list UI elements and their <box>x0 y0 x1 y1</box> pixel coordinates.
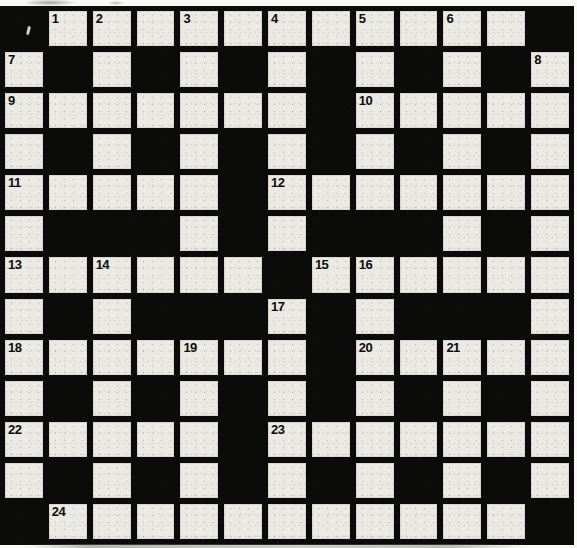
black-cell <box>49 134 87 169</box>
black-cell <box>224 134 262 169</box>
black-cell <box>531 504 569 539</box>
black-cell <box>400 134 438 169</box>
black-cell <box>312 134 350 169</box>
white-cell[interactable]: 11 <box>5 175 43 210</box>
white-cell[interactable] <box>93 93 131 128</box>
white-cell[interactable] <box>400 11 438 46</box>
black-cell <box>312 340 350 375</box>
white-cell[interactable]: 21 <box>443 340 481 375</box>
clue-number: 11 <box>8 176 21 190</box>
white-cell[interactable] <box>356 175 394 210</box>
white-cell[interactable] <box>224 340 262 375</box>
scan-scratch <box>26 26 31 35</box>
black-cell <box>224 216 262 251</box>
white-cell[interactable] <box>180 134 218 169</box>
white-cell[interactable]: 1 <box>49 11 87 46</box>
white-cell[interactable] <box>268 504 306 539</box>
black-cell <box>487 134 525 169</box>
clue-number: 3 <box>183 12 190 26</box>
white-cell[interactable]: 4 <box>268 11 306 46</box>
clue-number: 7 <box>8 53 15 67</box>
white-cell[interactable]: 16 <box>356 257 394 292</box>
white-cell[interactable] <box>443 504 481 539</box>
scan-smudge <box>28 544 528 548</box>
white-cell[interactable] <box>356 299 394 334</box>
white-cell[interactable] <box>531 93 569 128</box>
black-cell <box>487 52 525 87</box>
white-cell[interactable] <box>443 257 481 292</box>
white-cell[interactable] <box>5 463 43 498</box>
white-cell[interactable] <box>356 422 394 457</box>
black-cell <box>312 216 350 251</box>
white-cell[interactable] <box>93 422 131 457</box>
white-cell[interactable] <box>93 52 131 87</box>
white-cell[interactable] <box>443 422 481 457</box>
white-cell[interactable] <box>531 340 569 375</box>
white-cell[interactable] <box>487 257 525 292</box>
black-cell <box>180 299 218 334</box>
white-cell[interactable] <box>268 52 306 87</box>
black-cell <box>531 11 569 46</box>
black-cell <box>400 381 438 416</box>
clue-number: 18 <box>8 341 21 355</box>
white-cell[interactable] <box>356 52 394 87</box>
black-cell <box>137 216 175 251</box>
white-cell[interactable] <box>49 257 87 292</box>
white-cell[interactable]: 9 <box>5 93 43 128</box>
white-cell[interactable] <box>180 504 218 539</box>
black-cell <box>137 52 175 87</box>
clue-number: 12 <box>271 176 284 190</box>
white-cell[interactable] <box>443 52 481 87</box>
white-cell[interactable]: 23 <box>268 422 306 457</box>
black-cell <box>224 463 262 498</box>
white-cell[interactable] <box>531 299 569 334</box>
clue-number: 14 <box>96 258 109 272</box>
black-cell <box>137 134 175 169</box>
white-cell[interactable] <box>312 175 350 210</box>
clue-number: 6 <box>446 12 453 26</box>
white-cell[interactable] <box>180 422 218 457</box>
white-cell[interactable] <box>443 216 481 251</box>
black-cell <box>356 216 394 251</box>
black-cell <box>312 52 350 87</box>
black-cell <box>5 11 43 46</box>
clue-number: 10 <box>359 94 372 108</box>
white-cell[interactable] <box>487 422 525 457</box>
black-cell <box>224 175 262 210</box>
scan-smudge <box>108 1 124 5</box>
white-cell[interactable] <box>443 463 481 498</box>
clue-number: 4 <box>271 12 278 26</box>
white-cell[interactable] <box>5 134 43 169</box>
white-cell[interactable] <box>180 175 218 210</box>
black-cell <box>268 257 306 292</box>
black-cell <box>49 463 87 498</box>
white-cell[interactable] <box>180 93 218 128</box>
black-cell <box>49 381 87 416</box>
white-cell[interactable] <box>93 299 131 334</box>
black-cell <box>93 216 131 251</box>
white-cell[interactable] <box>5 381 43 416</box>
crossword-page: 123456789101112131415161718192021222324 <box>0 0 577 548</box>
clue-number: 22 <box>8 423 21 437</box>
white-cell[interactable] <box>137 11 175 46</box>
black-cell <box>5 504 43 539</box>
black-cell <box>137 381 175 416</box>
white-cell[interactable] <box>93 340 131 375</box>
white-cell[interactable] <box>356 463 394 498</box>
white-cell[interactable] <box>224 257 262 292</box>
white-cell[interactable] <box>93 175 131 210</box>
white-cell[interactable]: 10 <box>356 93 394 128</box>
white-cell[interactable] <box>49 422 87 457</box>
white-cell[interactable] <box>531 422 569 457</box>
white-cell[interactable] <box>268 381 306 416</box>
white-cell[interactable] <box>224 504 262 539</box>
white-cell[interactable] <box>268 463 306 498</box>
black-cell <box>487 463 525 498</box>
white-cell[interactable] <box>5 299 43 334</box>
black-cell <box>49 52 87 87</box>
clue-number: 17 <box>271 300 284 314</box>
white-cell[interactable] <box>356 134 394 169</box>
black-cell <box>400 216 438 251</box>
white-cell[interactable] <box>137 175 175 210</box>
black-cell <box>443 299 481 334</box>
white-cell[interactable] <box>443 175 481 210</box>
white-cell[interactable] <box>137 504 175 539</box>
white-cell[interactable] <box>443 134 481 169</box>
clue-number: 8 <box>534 53 541 67</box>
black-cell <box>224 52 262 87</box>
white-cell[interactable] <box>180 216 218 251</box>
clue-number: 5 <box>359 12 366 26</box>
white-cell[interactable] <box>356 504 394 539</box>
clue-number: 24 <box>52 505 65 519</box>
white-cell[interactable]: 19 <box>180 340 218 375</box>
white-cell[interactable] <box>180 463 218 498</box>
white-cell[interactable] <box>49 175 87 210</box>
white-cell[interactable] <box>487 175 525 210</box>
black-cell <box>49 216 87 251</box>
clue-number: 16 <box>359 258 372 272</box>
white-cell[interactable]: 17 <box>268 299 306 334</box>
black-cell <box>312 381 350 416</box>
white-cell[interactable] <box>531 216 569 251</box>
crossword-board: 123456789101112131415161718192021222324 <box>0 6 574 545</box>
white-cell[interactable]: 20 <box>356 340 394 375</box>
white-cell[interactable]: 24 <box>49 504 87 539</box>
white-cell[interactable] <box>487 340 525 375</box>
clue-number: 9 <box>8 94 15 108</box>
black-cell <box>137 463 175 498</box>
black-cell <box>400 299 438 334</box>
clue-number: 2 <box>96 12 103 26</box>
white-cell[interactable]: 3 <box>180 11 218 46</box>
black-cell <box>224 422 262 457</box>
clue-number: 1 <box>52 12 59 26</box>
clue-number: 13 <box>8 258 21 272</box>
black-cell <box>487 299 525 334</box>
white-cell[interactable] <box>400 93 438 128</box>
white-cell[interactable] <box>400 504 438 539</box>
white-cell[interactable] <box>356 381 394 416</box>
white-cell[interactable] <box>93 134 131 169</box>
white-cell[interactable]: 13 <box>5 257 43 292</box>
white-cell[interactable] <box>93 504 131 539</box>
white-cell[interactable]: 5 <box>356 11 394 46</box>
black-cell <box>312 299 350 334</box>
white-cell[interactable] <box>268 340 306 375</box>
black-cell <box>312 463 350 498</box>
white-cell[interactable] <box>487 11 525 46</box>
white-cell[interactable]: 12 <box>268 175 306 210</box>
white-cell[interactable] <box>137 340 175 375</box>
white-cell[interactable] <box>400 257 438 292</box>
black-cell <box>137 299 175 334</box>
white-cell[interactable]: 22 <box>5 422 43 457</box>
white-cell[interactable] <box>400 175 438 210</box>
black-cell <box>312 93 350 128</box>
white-cell[interactable] <box>400 340 438 375</box>
white-cell[interactable]: 7 <box>5 52 43 87</box>
clue-number: 21 <box>446 341 459 355</box>
white-cell[interactable]: 18 <box>5 340 43 375</box>
black-cell <box>49 299 87 334</box>
white-cell[interactable] <box>400 422 438 457</box>
white-cell[interactable] <box>180 52 218 87</box>
white-cell[interactable] <box>180 257 218 292</box>
white-cell[interactable] <box>93 463 131 498</box>
white-cell[interactable] <box>137 422 175 457</box>
white-cell[interactable] <box>531 134 569 169</box>
white-cell[interactable] <box>531 257 569 292</box>
white-cell[interactable] <box>137 93 175 128</box>
black-cell <box>224 299 262 334</box>
white-cell[interactable] <box>312 11 350 46</box>
white-cell[interactable]: 8 <box>531 52 569 87</box>
white-cell[interactable] <box>224 11 262 46</box>
white-cell[interactable] <box>531 463 569 498</box>
white-cell[interactable] <box>312 504 350 539</box>
white-cell[interactable]: 6 <box>443 11 481 46</box>
white-cell[interactable] <box>180 381 218 416</box>
white-cell[interactable] <box>443 93 481 128</box>
white-cell[interactable] <box>49 340 87 375</box>
white-cell[interactable] <box>312 422 350 457</box>
white-cell[interactable] <box>224 93 262 128</box>
white-cell[interactable] <box>268 93 306 128</box>
white-cell[interactable] <box>268 134 306 169</box>
white-cell[interactable] <box>268 216 306 251</box>
clue-number: 23 <box>271 423 284 437</box>
clue-number: 15 <box>315 258 328 272</box>
white-cell[interactable]: 14 <box>93 257 131 292</box>
white-cell[interactable] <box>487 504 525 539</box>
black-cell <box>224 381 262 416</box>
clue-number: 19 <box>183 341 196 355</box>
black-cell <box>400 463 438 498</box>
white-cell[interactable]: 2 <box>93 11 131 46</box>
white-cell[interactable] <box>93 381 131 416</box>
white-cell[interactable]: 15 <box>312 257 350 292</box>
black-cell <box>487 381 525 416</box>
white-cell[interactable] <box>531 175 569 210</box>
white-cell[interactable] <box>137 257 175 292</box>
black-cell <box>487 216 525 251</box>
white-cell[interactable] <box>49 93 87 128</box>
clue-number: 20 <box>359 341 372 355</box>
black-cell <box>400 52 438 87</box>
white-cell[interactable] <box>531 381 569 416</box>
white-cell[interactable] <box>5 216 43 251</box>
white-cell[interactable] <box>443 381 481 416</box>
white-cell[interactable] <box>487 93 525 128</box>
